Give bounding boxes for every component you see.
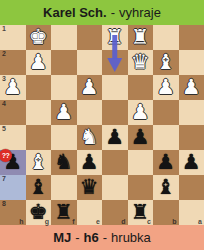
white-rook[interactable]: ♜ — [105, 25, 124, 50]
square-a1[interactable] — [179, 25, 205, 50]
square-h4[interactable]: 4 — [0, 100, 26, 125]
square-g6[interactable]: ♝ — [26, 150, 52, 175]
square-e8[interactable]: e — [77, 200, 103, 225]
square-a7[interactable] — [179, 175, 205, 200]
square-e2[interactable] — [77, 50, 103, 75]
white-player-name: Karel Sch. — [43, 5, 107, 20]
square-d4[interactable] — [102, 100, 128, 125]
square-b5[interactable] — [153, 125, 179, 150]
rank-label-7: 7 — [2, 175, 6, 182]
square-c1[interactable]: ♜ — [128, 25, 154, 50]
move-annotation-text: hrubka — [111, 230, 151, 245]
square-f4[interactable]: ♟ — [51, 100, 77, 125]
black-pawn[interactable]: ♟ — [105, 125, 124, 150]
square-f3[interactable] — [51, 75, 77, 100]
file-label-a: a — [198, 218, 202, 225]
white-bishop[interactable]: ♝ — [156, 50, 175, 75]
footer-separator-2: - — [103, 230, 107, 245]
black-bishop[interactable]: ♝ — [156, 175, 175, 200]
square-g1[interactable]: ♚ — [26, 25, 52, 50]
chess-analysis-panel: Karel Sch. - vyhraje 1♚♜♜2♟♛♝3♟♟♟♟4♟♟5♞♟… — [0, 0, 204, 250]
square-d2[interactable] — [102, 50, 128, 75]
square-a4[interactable] — [179, 100, 205, 125]
white-knight[interactable]: ♞ — [80, 125, 99, 150]
white-pawn[interactable]: ♟ — [131, 100, 150, 125]
square-d5[interactable]: ♟ — [102, 125, 128, 150]
black-pawn[interactable]: ♟ — [182, 150, 201, 175]
square-f1[interactable] — [51, 25, 77, 50]
square-g4[interactable] — [26, 100, 52, 125]
rank-label-4: 4 — [2, 100, 6, 107]
square-b4[interactable] — [153, 100, 179, 125]
black-player-bar: MJ - h6 - hrubka — [0, 225, 204, 250]
rank-label-1: 1 — [2, 25, 6, 32]
rank-label-8: 8 — [2, 200, 6, 207]
file-label-b: b — [172, 218, 176, 225]
square-e3[interactable]: ♟ — [77, 75, 103, 100]
square-b3[interactable]: ♟ — [153, 75, 179, 100]
square-b8[interactable]: b — [153, 200, 179, 225]
square-c2[interactable]: ♛ — [128, 50, 154, 75]
white-king[interactable]: ♚ — [29, 25, 48, 50]
square-h8[interactable]: 8h — [0, 200, 26, 225]
file-label-h: h — [19, 218, 23, 225]
black-pawn[interactable]: ♟ — [80, 150, 99, 175]
square-h2[interactable]: 2 — [0, 50, 26, 75]
white-pawn[interactable]: ♟ — [80, 75, 99, 100]
black-knight[interactable]: ♞ — [54, 150, 73, 175]
square-b1[interactable] — [153, 25, 179, 50]
square-g3[interactable] — [26, 75, 52, 100]
square-h1[interactable]: 1 — [0, 25, 26, 50]
square-a8[interactable]: a — [179, 200, 205, 225]
square-c3[interactable] — [128, 75, 154, 100]
square-e1[interactable] — [77, 25, 103, 50]
black-pawn[interactable]: ♟ — [131, 125, 150, 150]
rank-label-2: 2 — [2, 50, 6, 57]
square-b7[interactable]: ♝ — [153, 175, 179, 200]
rank-label-3: 3 — [2, 75, 6, 82]
square-a3[interactable]: ♟ — [179, 75, 205, 100]
square-h7[interactable]: 7 — [0, 175, 26, 200]
last-move-text: h6 — [84, 230, 99, 245]
square-f5[interactable] — [51, 125, 77, 150]
square-f6[interactable]: ♞ — [51, 150, 77, 175]
file-label-d: d — [121, 218, 125, 225]
square-c6[interactable] — [128, 150, 154, 175]
white-rook[interactable]: ♜ — [131, 25, 150, 50]
black-player-name: MJ — [53, 230, 71, 245]
square-g5[interactable] — [26, 125, 52, 150]
footer-separator-1: - — [75, 230, 79, 245]
black-bishop[interactable]: ♝ — [29, 175, 48, 200]
white-pawn[interactable]: ♟ — [54, 100, 73, 125]
square-g8[interactable]: g♚ — [26, 200, 52, 225]
square-e7[interactable]: ♛ — [77, 175, 103, 200]
square-g7[interactable]: ♝ — [26, 175, 52, 200]
white-pawn[interactable]: ♟ — [3, 75, 22, 100]
square-g2[interactable]: ♟ — [26, 50, 52, 75]
file-label-g: g — [45, 218, 49, 225]
black-rook[interactable]: ♜ — [54, 200, 73, 225]
square-c8[interactable]: c♜ — [128, 200, 154, 225]
square-f8[interactable]: f♜ — [51, 200, 77, 225]
square-b6[interactable]: ♟ — [153, 150, 179, 175]
white-pawn[interactable]: ♟ — [29, 50, 48, 75]
white-pawn[interactable]: ♟ — [182, 75, 201, 100]
square-e6[interactable]: ♟ — [77, 150, 103, 175]
square-c5[interactable]: ♟ — [128, 125, 154, 150]
square-a5[interactable] — [179, 125, 205, 150]
square-c4[interactable]: ♟ — [128, 100, 154, 125]
square-d8[interactable]: d — [102, 200, 128, 225]
square-a6[interactable]: ♟ — [179, 150, 205, 175]
square-d1[interactable]: ♜ — [102, 25, 128, 50]
white-queen[interactable]: ♛ — [131, 50, 150, 75]
file-label-e: e — [96, 218, 100, 225]
black-queen[interactable]: ♛ — [80, 175, 99, 200]
square-c7[interactable] — [128, 175, 154, 200]
square-h5[interactable]: 5 — [0, 125, 26, 150]
square-a2[interactable] — [179, 50, 205, 75]
rank-label-5: 5 — [2, 125, 6, 132]
header-separator: - — [111, 5, 115, 20]
black-pawn[interactable]: ♟ — [156, 150, 175, 175]
square-f7[interactable] — [51, 175, 77, 200]
chess-board[interactable]: 1♚♜♜2♟♛♝3♟♟♟♟4♟♟5♞♟♟6♟♝♞♟♟♟7♝♛♝8hg♚f♜edc… — [0, 25, 204, 225]
white-pawn[interactable]: ♟ — [156, 75, 175, 100]
white-player-bar: Karel Sch. - vyhraje — [0, 0, 204, 25]
square-h3[interactable]: 3♟ — [0, 75, 26, 100]
file-label-f: f — [72, 218, 74, 225]
square-e5[interactable]: ♞ — [77, 125, 103, 150]
square-d6[interactable] — [102, 150, 128, 175]
square-f2[interactable] — [51, 50, 77, 75]
square-e4[interactable] — [77, 100, 103, 125]
white-player-status: vyhraje — [119, 5, 161, 20]
white-bishop[interactable]: ♝ — [29, 150, 48, 175]
square-b2[interactable]: ♝ — [153, 50, 179, 75]
square-d3[interactable] — [102, 75, 128, 100]
file-label-c: c — [147, 218, 151, 225]
square-d7[interactable] — [102, 175, 128, 200]
